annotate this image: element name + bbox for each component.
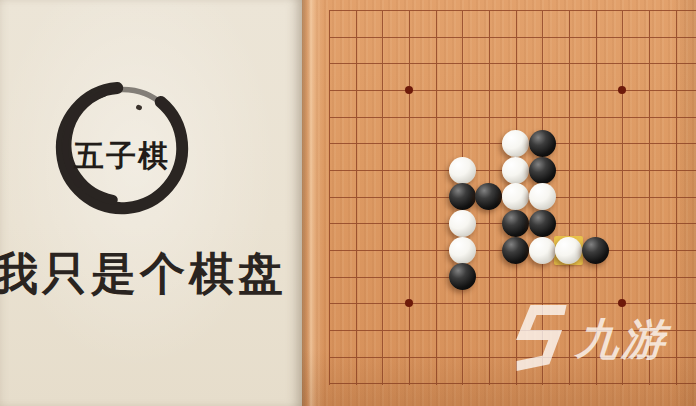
black-stone [449,183,476,210]
jiuyou-watermark: 九游 [510,303,668,375]
gomoku-board[interactable]: 九游 [302,0,696,406]
white-stone [529,237,556,264]
white-stone [502,130,529,157]
white-stone [449,210,476,237]
white-stone [449,157,476,184]
star-point [405,86,413,94]
white-stone [555,237,582,264]
left-panel: 五子棋 我只是个棋盘 [0,0,302,406]
white-stone [502,183,529,210]
jiuyou-logo-icon [510,303,568,375]
white-stone [502,157,529,184]
black-stone [502,237,529,264]
gomoku-promo-screen: 五子棋 我只是个棋盘 九游 [0,0,696,406]
black-stone [529,157,556,184]
star-point [618,86,626,94]
white-stone [529,183,556,210]
black-stone [529,130,556,157]
black-stone [529,210,556,237]
white-stone [449,237,476,264]
jiuyou-watermark-text: 九游 [573,303,670,375]
gomoku-logo: 五子棋 [52,78,192,218]
logo-title: 五子棋 [52,136,192,177]
black-stone [502,210,529,237]
tagline: 我只是个棋盘 [0,244,302,304]
black-stone [582,237,609,264]
black-stone [449,263,476,290]
